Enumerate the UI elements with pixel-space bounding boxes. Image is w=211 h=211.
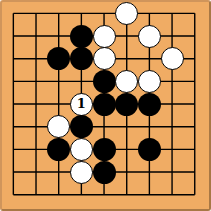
intersection	[161, 47, 184, 70]
white-stone-marked: 1	[70, 93, 93, 116]
white-stone	[93, 25, 116, 48]
intersection	[25, 183, 48, 206]
intersection	[25, 25, 48, 48]
intersection	[25, 115, 48, 138]
intersection	[138, 115, 161, 138]
intersection	[115, 70, 138, 93]
intersection	[115, 138, 138, 161]
black-stone	[93, 138, 116, 161]
intersection	[2, 115, 25, 138]
intersection	[115, 183, 138, 206]
intersection	[25, 93, 48, 116]
intersection	[161, 93, 184, 116]
intersection	[138, 138, 161, 161]
intersection	[25, 70, 48, 93]
intersection	[115, 47, 138, 70]
white-stone	[93, 47, 116, 70]
white-stone	[115, 70, 138, 93]
intersection	[47, 47, 70, 70]
stones-grid: 1	[2, 2, 206, 206]
white-stone	[115, 2, 138, 25]
black-stone	[70, 47, 93, 70]
intersection	[47, 161, 70, 184]
black-stone	[47, 47, 70, 70]
intersection	[25, 47, 48, 70]
white-stone	[70, 138, 93, 161]
go-board: 1	[0, 0, 211, 211]
intersection	[138, 25, 161, 48]
intersection	[47, 25, 70, 48]
black-stone	[138, 138, 161, 161]
intersection	[2, 183, 25, 206]
black-stone	[93, 70, 116, 93]
intersection	[2, 93, 25, 116]
intersection	[138, 47, 161, 70]
intersection	[138, 93, 161, 116]
intersection	[183, 47, 206, 70]
intersection	[70, 161, 93, 184]
intersection	[138, 70, 161, 93]
intersection	[70, 2, 93, 25]
intersection	[161, 2, 184, 25]
intersection	[2, 70, 25, 93]
black-stone	[138, 93, 161, 116]
intersection	[70, 25, 93, 48]
intersection	[25, 161, 48, 184]
intersection	[25, 138, 48, 161]
black-stone	[93, 161, 116, 184]
intersection	[183, 161, 206, 184]
intersection	[70, 115, 93, 138]
intersection	[115, 93, 138, 116]
intersection	[115, 2, 138, 25]
intersection	[47, 115, 70, 138]
intersection	[93, 138, 116, 161]
intersection	[161, 183, 184, 206]
intersection	[93, 161, 116, 184]
intersection	[47, 138, 70, 161]
intersection	[47, 2, 70, 25]
intersection	[161, 138, 184, 161]
intersection	[70, 183, 93, 206]
intersection	[183, 115, 206, 138]
intersection	[93, 115, 116, 138]
intersection	[183, 70, 206, 93]
intersection	[183, 25, 206, 48]
intersection	[93, 93, 116, 116]
white-stone	[47, 115, 70, 138]
black-stone	[115, 93, 138, 116]
intersection	[93, 183, 116, 206]
intersection	[2, 47, 25, 70]
intersection	[161, 25, 184, 48]
intersection	[2, 2, 25, 25]
intersection	[2, 25, 25, 48]
intersection	[47, 183, 70, 206]
intersection	[93, 25, 116, 48]
intersection	[161, 161, 184, 184]
intersection	[161, 115, 184, 138]
intersection	[138, 2, 161, 25]
black-stone	[93, 93, 116, 116]
intersection	[2, 138, 25, 161]
intersection	[93, 2, 116, 25]
intersection	[183, 138, 206, 161]
intersection: 1	[70, 93, 93, 116]
intersection	[25, 2, 48, 25]
white-stone	[161, 47, 184, 70]
white-stone	[138, 25, 161, 48]
intersection	[138, 183, 161, 206]
black-stone	[47, 138, 70, 161]
intersection	[70, 138, 93, 161]
page: 1	[0, 0, 211, 211]
intersection	[183, 183, 206, 206]
intersection	[2, 161, 25, 184]
intersection	[115, 161, 138, 184]
black-stone	[70, 115, 93, 138]
intersection	[183, 93, 206, 116]
black-stone	[70, 25, 93, 48]
white-stone	[138, 70, 161, 93]
intersection	[70, 70, 93, 93]
intersection	[93, 70, 116, 93]
intersection	[115, 25, 138, 48]
intersection	[115, 115, 138, 138]
intersection	[138, 161, 161, 184]
white-stone	[70, 161, 93, 184]
intersection	[93, 47, 116, 70]
intersection	[183, 2, 206, 25]
intersection	[161, 70, 184, 93]
intersection	[47, 93, 70, 116]
intersection	[47, 70, 70, 93]
intersection	[70, 47, 93, 70]
